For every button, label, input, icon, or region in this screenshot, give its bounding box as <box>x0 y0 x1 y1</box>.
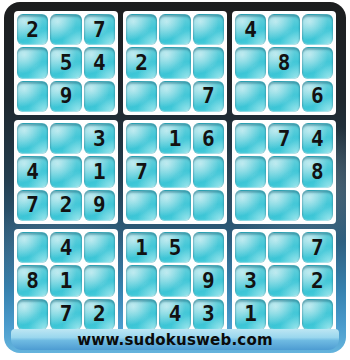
cell-r4c9[interactable]: 4 <box>302 123 333 154</box>
cell-r7c9[interactable]: 7 <box>302 232 333 263</box>
cell-r8c8[interactable] <box>268 265 299 296</box>
cell-r2c8[interactable]: 8 <box>268 47 299 78</box>
cell-r9c8[interactable] <box>268 299 299 330</box>
cell-r5c7[interactable] <box>235 156 266 187</box>
cell-r5c3[interactable]: 1 <box>84 156 115 187</box>
cell-r2c1[interactable] <box>17 47 48 78</box>
cell-r9c2[interactable]: 7 <box>50 299 81 330</box>
cell-r1c9[interactable] <box>302 14 333 45</box>
sudoku-frame: 275492748634172916774848172159437321 www… <box>4 2 346 353</box>
cell-r6c4[interactable] <box>126 190 157 221</box>
cell-r2c4[interactable]: 2 <box>126 47 157 78</box>
cell-r6c6[interactable] <box>193 190 224 221</box>
cell-r1c5[interactable] <box>159 14 190 45</box>
cell-r7c6[interactable] <box>193 232 224 263</box>
cell-r8c4[interactable] <box>126 265 157 296</box>
cell-r3c4[interactable] <box>126 81 157 112</box>
cell-r4c5[interactable]: 1 <box>159 123 190 154</box>
cell-r3c1[interactable] <box>17 81 48 112</box>
box-4: 341729 <box>14 120 118 224</box>
cell-r3c8[interactable] <box>268 81 299 112</box>
cell-r1c7[interactable]: 4 <box>235 14 266 45</box>
footer-band: www.sudokusweb.com <box>11 329 339 350</box>
box-3: 486 <box>232 11 336 115</box>
cell-r8c6[interactable]: 9 <box>193 265 224 296</box>
cell-r3c6[interactable]: 7 <box>193 81 224 112</box>
cell-r1c2[interactable] <box>50 14 81 45</box>
cell-r1c3[interactable]: 7 <box>84 14 115 45</box>
cell-r4c8[interactable]: 7 <box>268 123 299 154</box>
cell-r4c1[interactable] <box>17 123 48 154</box>
cell-r8c7[interactable]: 3 <box>235 265 266 296</box>
cell-r8c1[interactable]: 8 <box>17 265 48 296</box>
cell-r3c2[interactable]: 9 <box>50 81 81 112</box>
box-9: 7321 <box>232 229 336 333</box>
cell-r9c6[interactable]: 3 <box>193 299 224 330</box>
page: 275492748634172916774848172159437321 www… <box>0 0 350 360</box>
cell-r5c9[interactable]: 8 <box>302 156 333 187</box>
cell-r1c6[interactable] <box>193 14 224 45</box>
cell-r6c8[interactable] <box>268 190 299 221</box>
cell-r8c2[interactable]: 1 <box>50 265 81 296</box>
cell-r7c3[interactable] <box>84 232 115 263</box>
cell-r9c4[interactable] <box>126 299 157 330</box>
cell-r5c4[interactable]: 7 <box>126 156 157 187</box>
cell-r6c1[interactable]: 7 <box>17 190 48 221</box>
box-7: 48172 <box>14 229 118 333</box>
cell-r7c5[interactable]: 5 <box>159 232 190 263</box>
box-2: 27 <box>123 11 227 115</box>
cell-r8c5[interactable] <box>159 265 190 296</box>
box-8: 15943 <box>123 229 227 333</box>
cell-r2c5[interactable] <box>159 47 190 78</box>
cell-r2c3[interactable]: 4 <box>84 47 115 78</box>
cell-r5c5[interactable] <box>159 156 190 187</box>
cell-r1c1[interactable]: 2 <box>17 14 48 45</box>
cell-r2c7[interactable] <box>235 47 266 78</box>
cell-r7c4[interactable]: 1 <box>126 232 157 263</box>
cell-r8c3[interactable] <box>84 265 115 296</box>
cell-r3c3[interactable] <box>84 81 115 112</box>
cell-r6c7[interactable] <box>235 190 266 221</box>
box-5: 167 <box>123 120 227 224</box>
cell-r7c7[interactable] <box>235 232 266 263</box>
cell-r6c5[interactable] <box>159 190 190 221</box>
cell-r4c3[interactable]: 3 <box>84 123 115 154</box>
cell-r2c9[interactable] <box>302 47 333 78</box>
cell-r5c1[interactable]: 4 <box>17 156 48 187</box>
cell-r9c5[interactable]: 4 <box>159 299 190 330</box>
cell-r3c5[interactable] <box>159 81 190 112</box>
cell-r2c6[interactable] <box>193 47 224 78</box>
cell-r7c8[interactable] <box>268 232 299 263</box>
cell-r4c2[interactable] <box>50 123 81 154</box>
cell-r9c3[interactable]: 2 <box>84 299 115 330</box>
cell-r2c2[interactable]: 5 <box>50 47 81 78</box>
cell-r3c9[interactable]: 6 <box>302 81 333 112</box>
site-url-link[interactable]: www.sudokusweb.com <box>77 331 272 349</box>
cell-r6c9[interactable] <box>302 190 333 221</box>
box-1: 27549 <box>14 11 118 115</box>
cell-r8c9[interactable]: 2 <box>302 265 333 296</box>
cell-r6c3[interactable]: 9 <box>84 190 115 221</box>
box-6: 748 <box>232 120 336 224</box>
cell-r3c7[interactable] <box>235 81 266 112</box>
cell-r9c7[interactable]: 1 <box>235 299 266 330</box>
cell-r6c2[interactable]: 2 <box>50 190 81 221</box>
cell-r1c8[interactable] <box>268 14 299 45</box>
cell-r7c1[interactable] <box>17 232 48 263</box>
cell-r4c4[interactable] <box>126 123 157 154</box>
cell-r7c2[interactable]: 4 <box>50 232 81 263</box>
cell-r5c2[interactable] <box>50 156 81 187</box>
sudoku-board: 275492748634172916774848172159437321 <box>14 11 336 333</box>
cell-r5c8[interactable] <box>268 156 299 187</box>
cell-r5c6[interactable] <box>193 156 224 187</box>
cell-r4c6[interactable]: 6 <box>193 123 224 154</box>
cell-r9c9[interactable] <box>302 299 333 330</box>
cell-r1c4[interactable] <box>126 14 157 45</box>
cell-r4c7[interactable] <box>235 123 266 154</box>
cell-r9c1[interactable] <box>17 299 48 330</box>
